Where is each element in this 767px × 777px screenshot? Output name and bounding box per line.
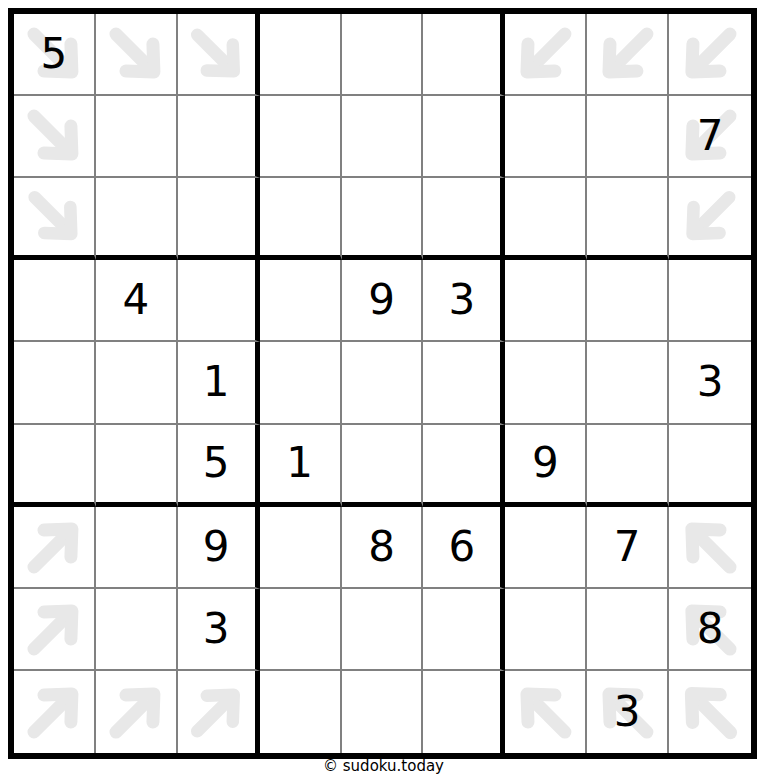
cell-r9c1[interactable] [14, 671, 96, 753]
cell-r6c7[interactable]: 9 [505, 425, 587, 507]
arrow-up-right-icon [13, 672, 95, 752]
arrow-up-right-icon [14, 507, 94, 587]
given-digit: 1 [286, 442, 313, 484]
cell-r6c1[interactable] [14, 425, 96, 507]
cell-r8c7[interactable] [505, 589, 587, 671]
arrow-down-right-icon [178, 14, 255, 94]
cell-r5c3[interactable]: 1 [178, 342, 260, 424]
arrow-up-right-icon [14, 589, 94, 669]
arrow-up-right-icon [95, 672, 177, 752]
cell-r8c1[interactable] [14, 589, 96, 671]
cell-r7c8[interactable]: 7 [587, 507, 669, 589]
cell-r6c5[interactable] [342, 425, 424, 507]
cell-r9c6[interactable] [423, 671, 505, 753]
cell-r8c3[interactable]: 3 [178, 589, 260, 671]
cell-r2c5[interactable] [342, 96, 424, 178]
cell-r6c9[interactable] [669, 425, 751, 507]
arrow-down-right-icon [14, 96, 94, 176]
cell-r9c4[interactable] [260, 671, 342, 753]
copyright: © sudoku.today [0, 757, 767, 775]
given-digit: 5 [41, 33, 68, 75]
cell-r5c9[interactable]: 3 [669, 342, 751, 424]
cell-r7c1[interactable] [14, 507, 96, 589]
cell-r8c8[interactable] [587, 589, 669, 671]
cell-r3c6[interactable] [423, 178, 505, 260]
given-digit: 3 [449, 279, 476, 321]
cell-r8c6[interactable] [423, 589, 505, 671]
cell-r3c3[interactable] [178, 178, 260, 260]
cell-r4c2[interactable]: 4 [96, 260, 178, 342]
arrow-down-left-icon [670, 13, 750, 95]
cell-r7c9[interactable] [669, 507, 751, 589]
cell-r4c3[interactable] [178, 260, 260, 342]
given-digit: 3 [203, 608, 230, 650]
given-digit: 3 [614, 691, 641, 733]
cell-r9c3[interactable] [178, 671, 260, 753]
cell-r7c7[interactable] [505, 507, 587, 589]
cell-r4c9[interactable] [669, 260, 751, 342]
arrow-up-right-icon [175, 673, 257, 750]
arrow-down-left-icon [671, 176, 748, 258]
cell-r7c6[interactable]: 6 [423, 507, 505, 589]
arrow-up-left-icon [669, 507, 751, 587]
cell-r7c5[interactable]: 8 [342, 507, 424, 589]
arrow-up-left-icon [505, 671, 585, 753]
cell-r8c2[interactable] [96, 589, 178, 671]
cell-r5c1[interactable] [14, 342, 96, 424]
given-digit: 5 [203, 442, 230, 484]
given-digit: 7 [614, 526, 641, 568]
given-digit: 3 [697, 361, 724, 403]
arrow-down-left-icon [505, 14, 585, 94]
given-digit: 9 [532, 442, 559, 484]
given-digit: 9 [203, 526, 230, 568]
cell-r2c6[interactable] [423, 96, 505, 178]
cell-r4c6[interactable]: 3 [423, 260, 505, 342]
cell-r5c5[interactable] [342, 342, 424, 424]
cell-r5c8[interactable] [587, 342, 669, 424]
cell-r2c8[interactable] [587, 96, 669, 178]
sudoku-board: 57493135199867383 [8, 8, 757, 759]
cell-r7c2[interactable] [96, 507, 178, 589]
cell-r5c6[interactable] [423, 342, 505, 424]
cell-r2c9[interactable]: 7 [669, 96, 751, 178]
cell-r6c6[interactable] [423, 425, 505, 507]
cell-r6c3[interactable]: 5 [178, 425, 260, 507]
cell-r7c4[interactable] [260, 507, 342, 589]
arrow-down-right-icon [96, 14, 176, 94]
cell-r9c8[interactable]: 3 [587, 671, 669, 753]
cell-r7c3[interactable]: 9 [178, 507, 260, 589]
given-digit: 8 [368, 526, 395, 568]
cell-r4c7[interactable] [505, 260, 587, 342]
cell-r3c5[interactable] [342, 178, 424, 260]
cell-r6c8[interactable] [587, 425, 669, 507]
cell-r3c1[interactable] [14, 178, 96, 260]
cell-r9c9[interactable] [669, 671, 751, 753]
cell-r3c2[interactable] [96, 178, 178, 260]
given-digit: 4 [122, 279, 149, 321]
cell-r2c3[interactable] [178, 96, 260, 178]
cell-r4c5[interactable]: 9 [342, 260, 424, 342]
given-digit: 7 [697, 115, 724, 157]
cell-r1c6[interactable] [423, 14, 505, 96]
cell-r5c4[interactable] [260, 342, 342, 424]
given-digit: 8 [697, 608, 724, 650]
arrow-up-left-icon [669, 671, 751, 753]
given-digit: 6 [449, 526, 476, 568]
cell-r4c1[interactable] [14, 260, 96, 342]
cell-r6c4[interactable]: 1 [260, 425, 342, 507]
cell-r1c2[interactable] [96, 14, 178, 96]
cell-r2c1[interactable] [14, 96, 96, 178]
cell-r8c5[interactable] [342, 589, 424, 671]
cell-r5c7[interactable] [505, 342, 587, 424]
cell-r9c2[interactable] [96, 671, 178, 753]
cell-r1c3[interactable] [178, 14, 260, 96]
given-digit: 1 [203, 361, 230, 403]
given-digit: 9 [368, 279, 395, 321]
cell-r1c5[interactable] [342, 14, 424, 96]
cell-r3c9[interactable] [669, 178, 751, 260]
arrow-down-left-icon [587, 14, 667, 94]
cell-r1c1[interactable]: 5 [14, 14, 96, 96]
cell-r3c4[interactable] [260, 178, 342, 260]
cell-r4c8[interactable] [587, 260, 669, 342]
cell-r6c2[interactable] [96, 425, 178, 507]
cell-r2c2[interactable] [96, 96, 178, 178]
cell-r8c9[interactable]: 8 [669, 589, 751, 671]
cell-r9c5[interactable] [342, 671, 424, 753]
cell-r1c8[interactable] [587, 14, 669, 96]
cell-r2c4[interactable] [260, 96, 342, 178]
cell-r1c9[interactable] [669, 14, 751, 96]
arrow-down-right-icon [14, 178, 94, 255]
cell-r1c4[interactable] [260, 14, 342, 96]
cell-r5c2[interactable] [96, 342, 178, 424]
cell-r8c4[interactable] [260, 589, 342, 671]
cell-r2c7[interactable] [505, 96, 587, 178]
cell-r3c8[interactable] [587, 178, 669, 260]
cell-r1c7[interactable] [505, 14, 587, 96]
cell-r3c7[interactable] [505, 178, 587, 260]
cell-r4c4[interactable] [260, 260, 342, 342]
cell-r9c7[interactable] [505, 671, 587, 753]
